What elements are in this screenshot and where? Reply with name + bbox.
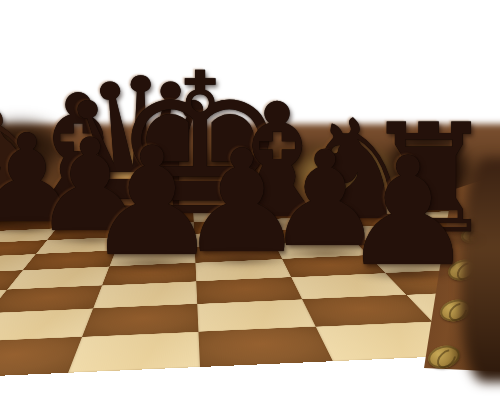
background-wood-streak <box>178 148 408 194</box>
background-shadow-blob <box>0 124 60 172</box>
background-dark-carving <box>386 133 472 205</box>
background-carving-blur <box>300 150 390 200</box>
chessboard-grid <box>0 201 500 390</box>
background-light-detail <box>114 152 166 192</box>
carved-edge-blur <box>462 158 500 382</box>
square-e1 <box>198 327 332 367</box>
chess-set-photo: ♞♝♛♚♝♞♜♟♟♟♟♟♟ <box>0 0 500 400</box>
square-d1 <box>68 332 200 373</box>
chessboard <box>0 201 500 390</box>
